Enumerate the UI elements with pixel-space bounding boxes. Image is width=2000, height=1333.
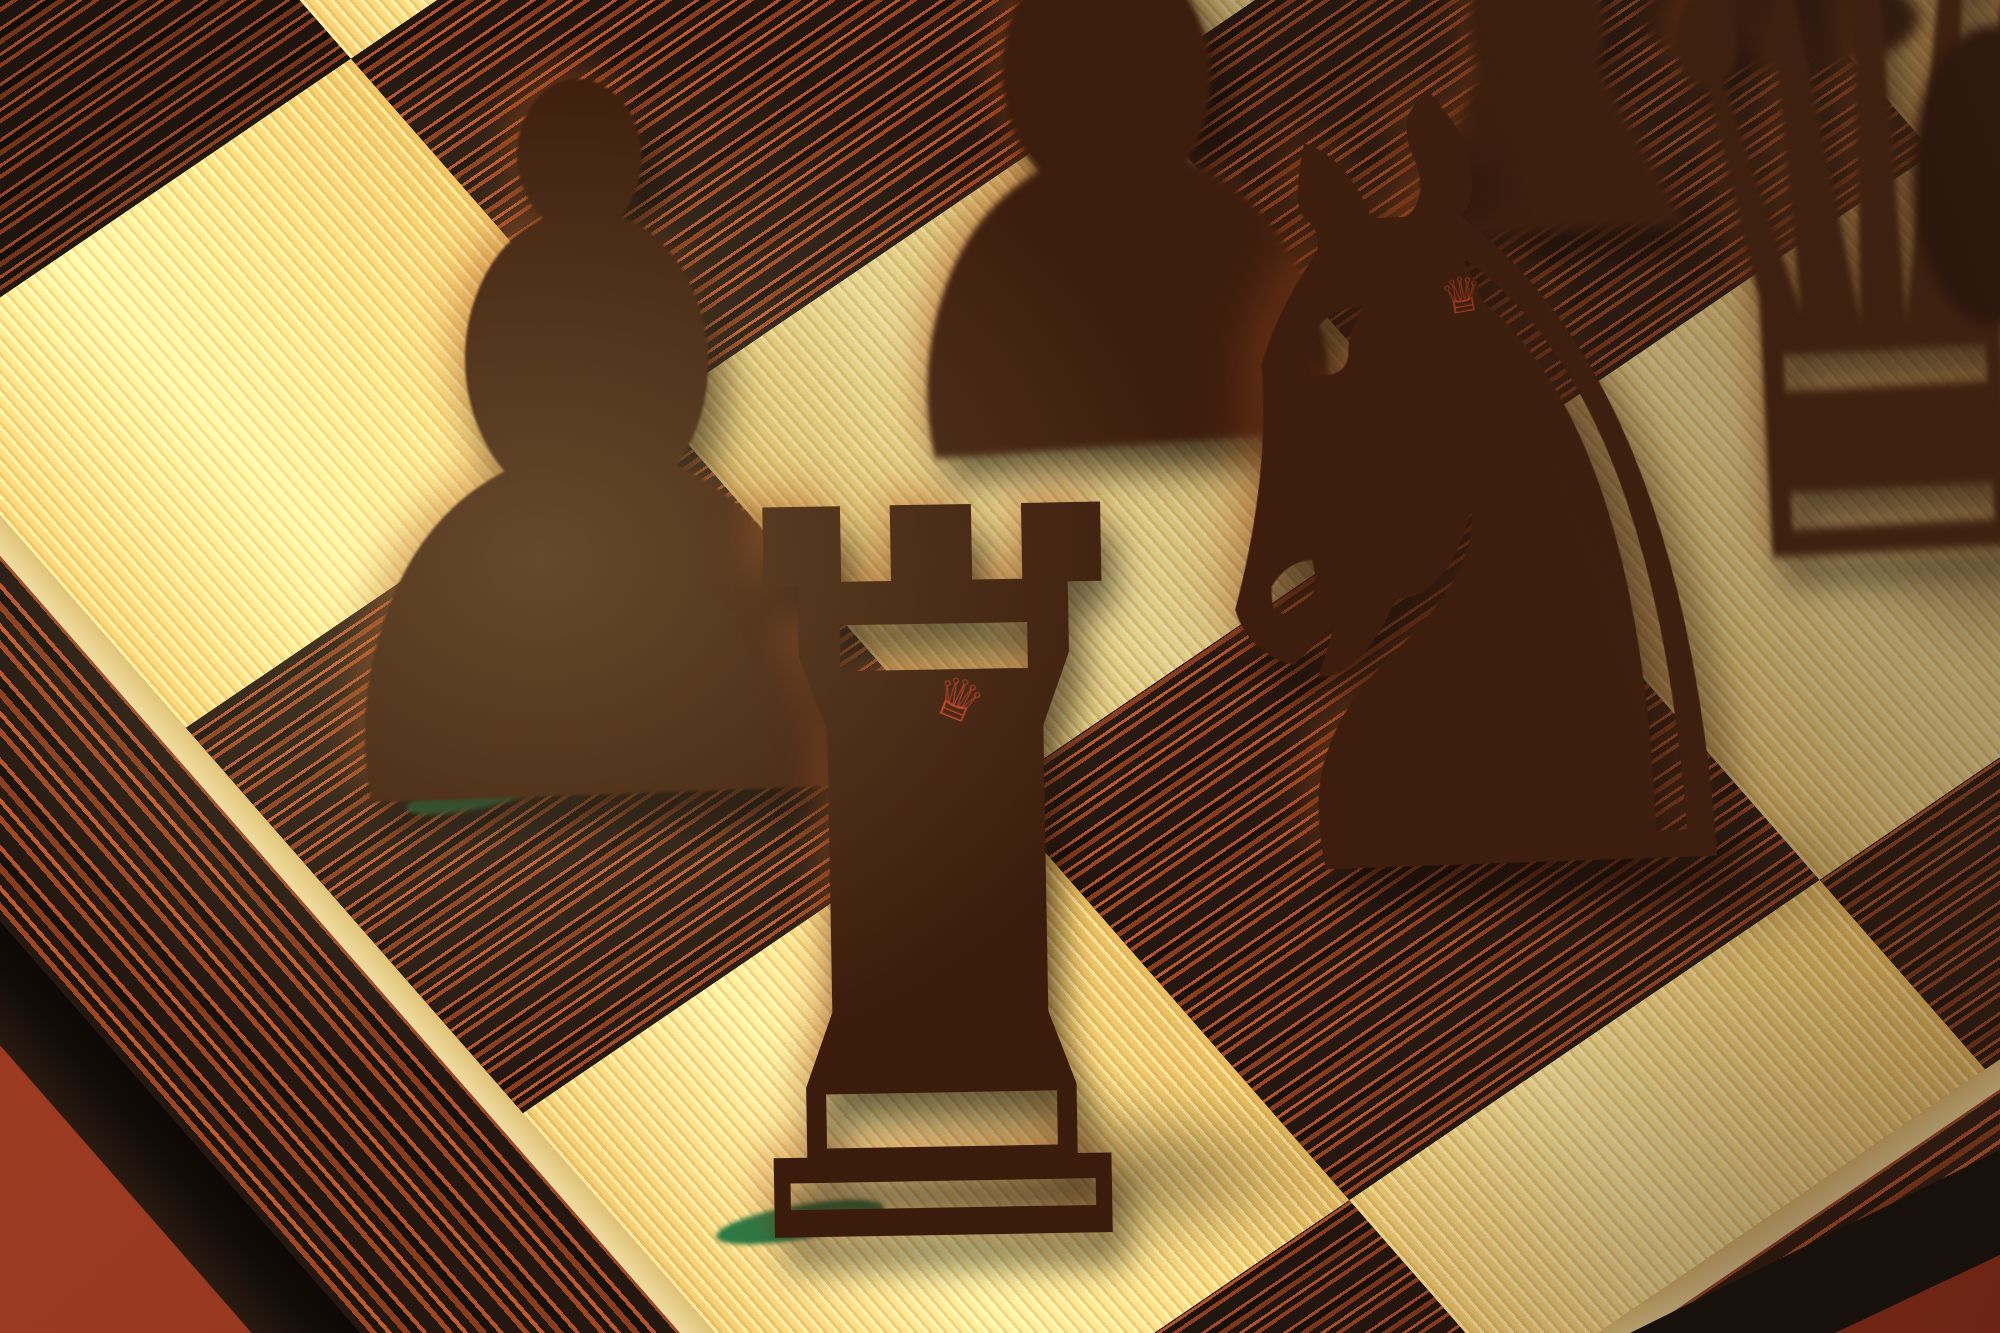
chess-photo-scene: ♟♟♝♜♞♛♕♕	[0, 0, 2000, 1333]
